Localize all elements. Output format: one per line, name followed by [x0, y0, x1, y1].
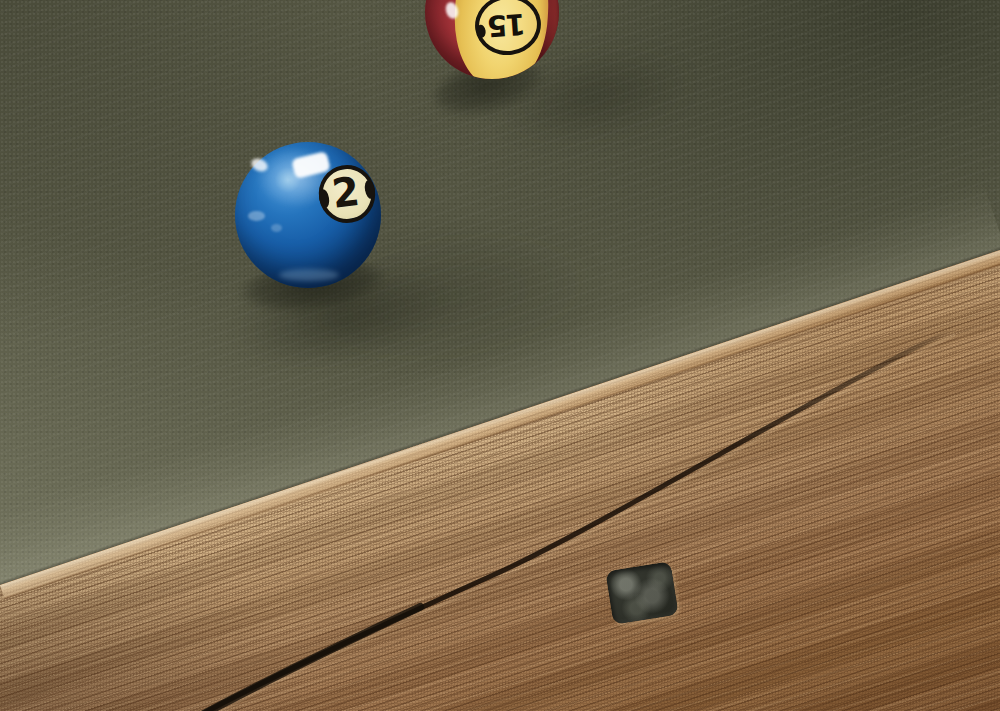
ball-2[interactable]: 2 [235, 142, 381, 288]
ball-2-bottom-reflection [279, 269, 339, 281]
rail-sight-marker [605, 561, 679, 625]
ball-15-number: 15 [488, 8, 526, 39]
ball-2-small-highlight [271, 224, 282, 232]
ball-2-disc-notch-left [318, 188, 331, 208]
ball-15-ring-notch [476, 24, 487, 38]
ball-2-side-highlight [248, 211, 265, 221]
pool-table-scene: 15 2 [0, 0, 1000, 711]
ball-2-number: 2 [330, 171, 362, 214]
